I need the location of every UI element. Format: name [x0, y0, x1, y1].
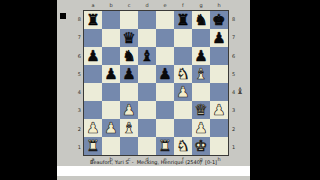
file-label-top-b: b	[102, 3, 120, 8]
square-f7	[174, 29, 192, 47]
square-f4: ♟	[174, 83, 192, 101]
square-h2	[210, 119, 228, 137]
square-e5: ♟	[156, 65, 174, 83]
black-queen-c7: ♛	[122, 30, 135, 45]
square-a6: ♟	[84, 47, 102, 65]
file-label-top-f: f	[174, 3, 192, 8]
square-h3: ♟	[210, 101, 228, 119]
square-b2: ♟	[102, 119, 120, 137]
white-rook-e1: ♜	[158, 138, 171, 153]
file-label-top-e: e	[156, 3, 174, 8]
square-e4	[156, 83, 174, 101]
rank-labels-right: 87654321	[232, 10, 238, 156]
white-rook-a1: ♜	[86, 138, 99, 153]
square-c3: ♟	[120, 101, 138, 119]
letterbox-right	[250, 0, 320, 180]
chess-frame: abcdefgh 87654321 ♜♜♞♚♛♟♟♞♝♟♟♟♟♞♝♟♟♛♟♟♟♝…	[57, 0, 250, 180]
square-d6: ♝	[138, 47, 156, 65]
rank-label-left-3: 3	[75, 101, 81, 119]
square-c1	[120, 137, 138, 155]
white-pawn-b2: ♟	[104, 120, 117, 135]
square-c8	[120, 11, 138, 29]
square-e2	[156, 119, 174, 137]
file-label-top-d: d	[138, 3, 156, 8]
black-king-h8: ♚	[212, 12, 225, 27]
black-pawn-g6: ♟	[194, 48, 207, 63]
file-label-top-h: h	[210, 3, 228, 8]
square-h1	[210, 137, 228, 155]
square-d2	[138, 119, 156, 137]
square-e1: ♜	[156, 137, 174, 155]
square-c7: ♛	[120, 29, 138, 47]
rank-label-left-5: 5	[75, 65, 81, 83]
square-f1: ♞	[174, 137, 192, 155]
rank-label-right-3: 3	[232, 101, 238, 119]
rank-label-left-6: 6	[75, 47, 81, 65]
square-f2	[174, 119, 192, 137]
square-c5: ♟	[120, 65, 138, 83]
square-e7	[156, 29, 174, 47]
square-g2: ♟	[192, 119, 210, 137]
white-queen-g3: ♛	[194, 102, 207, 117]
square-h8: ♚	[210, 11, 228, 29]
black-pawn-e5: ♟	[158, 66, 171, 81]
square-g4	[192, 83, 210, 101]
rank-label-left-1: 1	[75, 138, 81, 156]
white-bishop-c2: ♝	[122, 120, 135, 135]
square-c2: ♝	[120, 119, 138, 137]
file-label-top-c: c	[120, 3, 138, 8]
square-a5	[84, 65, 102, 83]
square-b5: ♟	[102, 65, 120, 83]
square-g7	[192, 29, 210, 47]
rank-label-left-4: 4	[75, 83, 81, 101]
square-d8	[138, 11, 156, 29]
rank-label-left-7: 7	[75, 28, 81, 46]
white-pawn-c3: ♟	[122, 102, 135, 117]
black-knight-c6: ♞	[122, 48, 135, 63]
white-knight-f1: ♞	[176, 138, 189, 153]
black-to-move-indicator	[60, 13, 66, 19]
rank-labels-left: 87654321	[75, 10, 81, 156]
square-g3: ♛	[192, 101, 210, 119]
black-rook-f8: ♜	[176, 12, 189, 27]
square-a8: ♜	[84, 11, 102, 29]
chess-board: ♜♜♞♚♛♟♟♞♝♟♟♟♟♞♝♟♟♛♟♟♟♝♟♜♜♞♚	[83, 10, 229, 156]
square-b3	[102, 101, 120, 119]
square-f8: ♜	[174, 11, 192, 29]
square-d7	[138, 29, 156, 47]
square-b7	[102, 29, 120, 47]
rank-label-left-8: 8	[75, 10, 81, 28]
square-a1: ♜	[84, 137, 102, 155]
bishop-figurine-marker: ♝	[236, 87, 244, 96]
white-king-g1: ♚	[194, 138, 207, 153]
rank-label-right-5: 5	[232, 65, 238, 83]
black-pawn-a6: ♟	[86, 48, 99, 63]
square-f3	[174, 101, 192, 119]
square-a3	[84, 101, 102, 119]
square-d3	[138, 101, 156, 119]
rank-label-right-6: 6	[232, 47, 238, 65]
players-caption: Beaufort, Yuri S - Mecking, Henrique (25…	[57, 160, 250, 165]
white-pawn-h3: ♟	[212, 102, 225, 117]
square-h6	[210, 47, 228, 65]
square-a7	[84, 29, 102, 47]
white-knight-f5: ♞	[176, 66, 189, 81]
square-b4	[102, 83, 120, 101]
square-g5: ♝	[192, 65, 210, 83]
file-labels-top: abcdefgh	[84, 3, 228, 8]
square-f6	[174, 47, 192, 65]
square-b1	[102, 137, 120, 155]
square-d5	[138, 65, 156, 83]
square-h4	[210, 83, 228, 101]
square-h7: ♟	[210, 29, 228, 47]
square-d4	[138, 83, 156, 101]
square-e8	[156, 11, 174, 29]
black-pawn-c5: ♟	[122, 66, 135, 81]
black-bishop-d6: ♝	[140, 48, 153, 63]
square-e3	[156, 101, 174, 119]
white-pawn-g2: ♟	[194, 120, 207, 135]
game-info-band: Event: Hastings 6667; Hastings (1966) Ro…	[57, 166, 250, 176]
white-pawn-a2: ♟	[86, 120, 99, 135]
square-g1: ♚	[192, 137, 210, 155]
square-h5	[210, 65, 228, 83]
square-e6	[156, 47, 174, 65]
video-frame: { "game": "chess", "position": "r4rnk/2q…	[0, 0, 320, 180]
black-rook-a8: ♜	[86, 12, 99, 27]
black-knight-g8: ♞	[194, 12, 207, 27]
white-bishop-g5: ♝	[194, 66, 207, 81]
rank-label-left-2: 2	[75, 120, 81, 138]
square-a2: ♟	[84, 119, 102, 137]
letterbox-left	[0, 0, 57, 180]
square-g8: ♞	[192, 11, 210, 29]
square-c6: ♞	[120, 47, 138, 65]
black-pawn-h7: ♟	[212, 30, 225, 45]
square-f5: ♞	[174, 65, 192, 83]
white-pawn-f4: ♟	[176, 84, 189, 99]
rank-label-right-1: 1	[232, 138, 238, 156]
square-a4	[84, 83, 102, 101]
rank-label-right-2: 2	[232, 120, 238, 138]
square-g6: ♟	[192, 47, 210, 65]
square-b8	[102, 11, 120, 29]
rank-label-right-8: 8	[232, 10, 238, 28]
square-b6	[102, 47, 120, 65]
file-label-top-g: g	[192, 3, 210, 8]
square-c4	[120, 83, 138, 101]
rank-label-right-7: 7	[232, 28, 238, 46]
square-d1	[138, 137, 156, 155]
file-label-top-a: a	[84, 3, 102, 8]
black-pawn-b5: ♟	[104, 66, 117, 81]
